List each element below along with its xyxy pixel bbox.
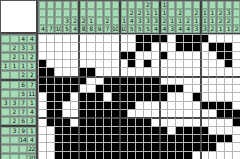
grid-cell-empty[interactable] bbox=[78, 34, 86, 42]
grid-cell-empty[interactable] bbox=[208, 92, 216, 100]
grid-cell-empty[interactable] bbox=[111, 34, 119, 42]
grid-cell-empty[interactable] bbox=[167, 76, 175, 84]
grid-cell-filled[interactable] bbox=[200, 134, 208, 142]
grid-cell-empty[interactable] bbox=[70, 42, 78, 50]
grid-cell-empty[interactable] bbox=[192, 151, 200, 159]
grid-cell-empty[interactable] bbox=[103, 92, 111, 100]
grid-cell-filled[interactable] bbox=[46, 117, 54, 125]
grid-cell-empty[interactable] bbox=[151, 51, 159, 59]
grid-cell-empty[interactable] bbox=[54, 51, 62, 59]
grid-cell-filled[interactable] bbox=[159, 134, 167, 142]
grid-cell-filled[interactable] bbox=[135, 134, 143, 142]
grid-cell-empty[interactable] bbox=[216, 34, 224, 42]
grid-cell-empty[interactable] bbox=[62, 101, 70, 109]
grid-cell-filled[interactable] bbox=[200, 34, 208, 42]
grid-cell-filled[interactable] bbox=[111, 134, 119, 142]
grid-cell-empty[interactable] bbox=[232, 126, 240, 134]
grid-cell-filled[interactable] bbox=[119, 84, 127, 92]
grid-cell-filled[interactable] bbox=[159, 92, 167, 100]
grid-cell-filled[interactable] bbox=[151, 142, 159, 150]
grid-cell-empty[interactable] bbox=[111, 59, 119, 67]
grid-cell-filled[interactable] bbox=[200, 101, 208, 109]
grid-cell-filled[interactable] bbox=[167, 151, 175, 159]
grid-cell-empty[interactable] bbox=[224, 76, 232, 84]
grid-cell-filled[interactable] bbox=[183, 126, 191, 134]
grid-cell-empty[interactable] bbox=[38, 117, 46, 125]
grid-cell-filled[interactable] bbox=[143, 59, 151, 67]
grid-cell-empty[interactable] bbox=[232, 76, 240, 84]
grid-cell-empty[interactable] bbox=[78, 42, 86, 50]
grid-cell-filled[interactable] bbox=[135, 151, 143, 159]
grid-cell-filled[interactable] bbox=[70, 76, 78, 84]
grid-cell-empty[interactable] bbox=[70, 117, 78, 125]
grid-cell-empty[interactable] bbox=[54, 34, 62, 42]
grid-cell-filled[interactable] bbox=[135, 117, 143, 125]
grid-cell-empty[interactable] bbox=[95, 51, 103, 59]
grid-cell-empty[interactable] bbox=[70, 34, 78, 42]
grid-cell-filled[interactable] bbox=[175, 142, 183, 150]
grid-cell-filled[interactable] bbox=[111, 117, 119, 125]
grid-cell-filled[interactable] bbox=[200, 142, 208, 150]
grid-cell-filled[interactable] bbox=[62, 126, 70, 134]
grid-cell-filled[interactable] bbox=[119, 126, 127, 134]
grid-cell-filled[interactable] bbox=[151, 151, 159, 159]
grid-cell-empty[interactable] bbox=[200, 51, 208, 59]
grid-cell-empty[interactable] bbox=[232, 151, 240, 159]
grid-cell-empty[interactable] bbox=[216, 84, 224, 92]
grid-cell-empty[interactable] bbox=[183, 51, 191, 59]
grid-cell-filled[interactable] bbox=[127, 92, 135, 100]
grid-cell-filled[interactable] bbox=[95, 84, 103, 92]
grid-cell-empty[interactable] bbox=[183, 101, 191, 109]
grid-cell-empty[interactable] bbox=[62, 109, 70, 117]
grid-cell-filled[interactable] bbox=[143, 117, 151, 125]
grid-cell-filled[interactable] bbox=[111, 109, 119, 117]
grid-cell-empty[interactable] bbox=[192, 84, 200, 92]
grid-cell-filled[interactable] bbox=[103, 142, 111, 150]
grid-cell-filled[interactable] bbox=[86, 109, 94, 117]
grid-cell-filled[interactable] bbox=[159, 51, 167, 59]
grid-cell-filled[interactable] bbox=[38, 84, 46, 92]
grid-cell-empty[interactable] bbox=[232, 84, 240, 92]
grid-cell-empty[interactable] bbox=[86, 59, 94, 67]
grid-cell-empty[interactable] bbox=[135, 101, 143, 109]
grid-cell-empty[interactable] bbox=[208, 34, 216, 42]
grid-cell-empty[interactable] bbox=[135, 109, 143, 117]
grid-cell-empty[interactable] bbox=[70, 109, 78, 117]
grid-cell-filled[interactable] bbox=[103, 117, 111, 125]
grid-cell-empty[interactable] bbox=[62, 67, 70, 75]
grid-cell-empty[interactable] bbox=[216, 142, 224, 150]
grid-cell-filled[interactable] bbox=[62, 76, 70, 84]
grid-cell-filled[interactable] bbox=[78, 134, 86, 142]
grid-cell-filled[interactable] bbox=[127, 84, 135, 92]
grid-cell-empty[interactable] bbox=[183, 67, 191, 75]
grid-cell-empty[interactable] bbox=[200, 109, 208, 117]
grid-cell-filled[interactable] bbox=[167, 84, 175, 92]
grid-cell-filled[interactable] bbox=[208, 42, 216, 50]
grid-cell-empty[interactable] bbox=[167, 67, 175, 75]
grid-cell-filled[interactable] bbox=[62, 117, 70, 125]
grid-cell-empty[interactable] bbox=[38, 151, 46, 159]
grid-cell-filled[interactable] bbox=[183, 42, 191, 50]
grid-cell-empty[interactable] bbox=[200, 117, 208, 125]
grid-cell-filled[interactable] bbox=[46, 101, 54, 109]
grid-cell-filled[interactable] bbox=[103, 151, 111, 159]
grid-cell-empty[interactable] bbox=[175, 67, 183, 75]
grid-cell-filled[interactable] bbox=[54, 92, 62, 100]
grid-cell-filled[interactable] bbox=[78, 92, 86, 100]
grid-cell-filled[interactable] bbox=[216, 101, 224, 109]
grid-cell-filled[interactable] bbox=[183, 151, 191, 159]
grid-cell-empty[interactable] bbox=[183, 84, 191, 92]
grid-cell-filled[interactable] bbox=[167, 142, 175, 150]
grid-cell-empty[interactable] bbox=[46, 142, 54, 150]
grid-cell-empty[interactable] bbox=[151, 109, 159, 117]
grid-cell-empty[interactable] bbox=[54, 59, 62, 67]
grid-cell-empty[interactable] bbox=[200, 42, 208, 50]
grid-cell-filled[interactable] bbox=[135, 142, 143, 150]
grid-cell-filled[interactable] bbox=[38, 76, 46, 84]
grid-cell-filled[interactable] bbox=[119, 151, 127, 159]
grid-cell-filled[interactable] bbox=[192, 126, 200, 134]
grid-cell-filled[interactable] bbox=[78, 126, 86, 134]
grid-cell-empty[interactable] bbox=[216, 76, 224, 84]
grid-cell-empty[interactable] bbox=[86, 51, 94, 59]
grid-cell-empty[interactable] bbox=[151, 42, 159, 50]
grid-cell-filled[interactable] bbox=[151, 126, 159, 134]
grid-cell-filled[interactable] bbox=[86, 117, 94, 125]
grid-cell-filled[interactable] bbox=[70, 126, 78, 134]
grid-cell-filled[interactable] bbox=[175, 151, 183, 159]
grid-cell-filled[interactable] bbox=[159, 34, 167, 42]
grid-cell-empty[interactable] bbox=[159, 117, 167, 125]
grid-cell-filled[interactable] bbox=[175, 42, 183, 50]
grid-cell-empty[interactable] bbox=[216, 117, 224, 125]
grid-cell-filled[interactable] bbox=[95, 126, 103, 134]
grid-cell-filled[interactable] bbox=[200, 126, 208, 134]
grid-cell-empty[interactable] bbox=[38, 101, 46, 109]
grid-cell-filled[interactable] bbox=[151, 84, 159, 92]
grid-cell-empty[interactable] bbox=[216, 92, 224, 100]
grid-cell-filled[interactable] bbox=[86, 142, 94, 150]
grid-cell-filled[interactable] bbox=[111, 76, 119, 84]
grid-cell-filled[interactable] bbox=[86, 151, 94, 159]
grid-cell-empty[interactable] bbox=[200, 92, 208, 100]
grid-cell-filled[interactable] bbox=[119, 117, 127, 125]
grid-cell-filled[interactable] bbox=[95, 117, 103, 125]
grid-cell-empty[interactable] bbox=[175, 117, 183, 125]
grid-cell-filled[interactable] bbox=[46, 76, 54, 84]
grid-cell-empty[interactable] bbox=[38, 34, 46, 42]
grid-cell-empty[interactable] bbox=[95, 42, 103, 50]
grid-cell-filled[interactable] bbox=[192, 42, 200, 50]
grid-cell-empty[interactable] bbox=[38, 126, 46, 134]
grid-cell-empty[interactable] bbox=[46, 59, 54, 67]
grid-cell-empty[interactable] bbox=[135, 51, 143, 59]
grid-cell-empty[interactable] bbox=[192, 117, 200, 125]
grid-cell-filled[interactable] bbox=[135, 92, 143, 100]
grid-cell-empty[interactable] bbox=[200, 84, 208, 92]
grid-cell-empty[interactable] bbox=[127, 67, 135, 75]
grid-cell-empty[interactable] bbox=[167, 117, 175, 125]
grid-cell-empty[interactable] bbox=[159, 42, 167, 50]
grid-cell-empty[interactable] bbox=[54, 42, 62, 50]
grid-cell-filled[interactable] bbox=[119, 101, 127, 109]
grid-cell-empty[interactable] bbox=[95, 34, 103, 42]
grid-cell-filled[interactable] bbox=[143, 134, 151, 142]
grid-cell-empty[interactable] bbox=[95, 76, 103, 84]
grid-cell-filled[interactable] bbox=[216, 134, 224, 142]
grid-cell-empty[interactable] bbox=[232, 51, 240, 59]
grid-cell-empty[interactable] bbox=[224, 34, 232, 42]
grid-cell-filled[interactable] bbox=[143, 76, 151, 84]
grid-cell-empty[interactable] bbox=[183, 117, 191, 125]
grid-cell-filled[interactable] bbox=[78, 142, 86, 150]
grid-cell-empty[interactable] bbox=[111, 42, 119, 50]
grid-cell-empty[interactable] bbox=[78, 51, 86, 59]
grid-cell-filled[interactable] bbox=[119, 142, 127, 150]
grid-cell-empty[interactable] bbox=[151, 117, 159, 125]
grid-cell-empty[interactable] bbox=[208, 151, 216, 159]
grid-cell-empty[interactable] bbox=[70, 51, 78, 59]
grid-cell-filled[interactable] bbox=[54, 109, 62, 117]
grid-cell-empty[interactable] bbox=[167, 126, 175, 134]
grid-cell-filled[interactable] bbox=[135, 126, 143, 134]
grid-cell-empty[interactable] bbox=[78, 59, 86, 67]
grid-cell-empty[interactable] bbox=[119, 34, 127, 42]
grid-cell-empty[interactable] bbox=[208, 126, 216, 134]
grid-cell-empty[interactable] bbox=[232, 59, 240, 67]
grid-cell-filled[interactable] bbox=[192, 34, 200, 42]
grid-cell-empty[interactable] bbox=[103, 34, 111, 42]
grid-cell-filled[interactable] bbox=[78, 76, 86, 84]
grid-cell-empty[interactable] bbox=[135, 67, 143, 75]
grid-cell-empty[interactable] bbox=[62, 34, 70, 42]
grid-cell-empty[interactable] bbox=[151, 59, 159, 67]
grid-cell-filled[interactable] bbox=[151, 34, 159, 42]
grid-cell-filled[interactable] bbox=[62, 142, 70, 150]
grid-cell-filled[interactable] bbox=[232, 109, 240, 117]
grid-cell-filled[interactable] bbox=[143, 42, 151, 50]
grid-cell-empty[interactable] bbox=[192, 67, 200, 75]
grid-cell-empty[interactable] bbox=[167, 109, 175, 117]
grid-cell-empty[interactable] bbox=[78, 84, 86, 92]
grid-cell-filled[interactable] bbox=[111, 126, 119, 134]
grid-cell-empty[interactable] bbox=[159, 67, 167, 75]
grid-cell-empty[interactable] bbox=[167, 59, 175, 67]
grid-cell-filled[interactable] bbox=[119, 76, 127, 84]
grid-cell-empty[interactable] bbox=[192, 59, 200, 67]
grid-cell-empty[interactable] bbox=[70, 59, 78, 67]
grid-cell-empty[interactable] bbox=[103, 59, 111, 67]
grid-cell-empty[interactable] bbox=[216, 59, 224, 67]
grid-cell-filled[interactable] bbox=[224, 101, 232, 109]
grid-cell-filled[interactable] bbox=[95, 151, 103, 159]
grid-cell-empty[interactable] bbox=[224, 92, 232, 100]
grid-cell-filled[interactable] bbox=[86, 134, 94, 142]
grid-cell-empty[interactable] bbox=[175, 101, 183, 109]
grid-cell-filled[interactable] bbox=[86, 92, 94, 100]
grid-cell-empty[interactable] bbox=[208, 51, 216, 59]
grid-cell-filled[interactable] bbox=[103, 101, 111, 109]
grid-cell-filled[interactable] bbox=[216, 42, 224, 50]
grid-cell-filled[interactable] bbox=[127, 51, 135, 59]
grid-cell-empty[interactable] bbox=[159, 101, 167, 109]
grid-cell-empty[interactable] bbox=[208, 109, 216, 117]
grid-cell-filled[interactable] bbox=[151, 76, 159, 84]
grid-cell-filled[interactable] bbox=[111, 142, 119, 150]
grid-cell-filled[interactable] bbox=[183, 34, 191, 42]
grid-cell-empty[interactable] bbox=[62, 59, 70, 67]
grid-cell-filled[interactable] bbox=[224, 51, 232, 59]
grid-cell-empty[interactable] bbox=[192, 101, 200, 109]
grid-cell-filled[interactable] bbox=[216, 109, 224, 117]
grid-cell-filled[interactable] bbox=[103, 109, 111, 117]
grid-cell-filled[interactable] bbox=[175, 126, 183, 134]
grid-cell-filled[interactable] bbox=[208, 142, 216, 150]
grid-cell-filled[interactable] bbox=[103, 134, 111, 142]
grid-cell-filled[interactable] bbox=[70, 151, 78, 159]
grid-cell-filled[interactable] bbox=[78, 101, 86, 109]
grid-cell-empty[interactable] bbox=[46, 126, 54, 134]
grid-cell-empty[interactable] bbox=[232, 142, 240, 150]
grid-cell-empty[interactable] bbox=[216, 126, 224, 134]
grid-cell-empty[interactable] bbox=[224, 67, 232, 75]
grid-cell-filled[interactable] bbox=[159, 151, 167, 159]
grid-cell-empty[interactable] bbox=[159, 76, 167, 84]
grid-cell-filled[interactable] bbox=[175, 134, 183, 142]
grid-cell-filled[interactable] bbox=[95, 134, 103, 142]
grid-cell-empty[interactable] bbox=[143, 109, 151, 117]
grid-cell-empty[interactable] bbox=[86, 42, 94, 50]
grid-cell-filled[interactable] bbox=[119, 51, 127, 59]
grid-cell-filled[interactable] bbox=[127, 134, 135, 142]
grid-cell-filled[interactable] bbox=[175, 84, 183, 92]
grid-cell-filled[interactable] bbox=[143, 34, 151, 42]
grid-cell-empty[interactable] bbox=[143, 101, 151, 109]
grid-cell-empty[interactable] bbox=[119, 42, 127, 50]
grid-cell-filled[interactable] bbox=[119, 109, 127, 117]
grid-cell-filled[interactable] bbox=[46, 67, 54, 75]
grid-cell-filled[interactable] bbox=[62, 134, 70, 142]
grid-cell-filled[interactable] bbox=[46, 92, 54, 100]
grid-cell-empty[interactable] bbox=[216, 67, 224, 75]
grid-cell-empty[interactable] bbox=[175, 76, 183, 84]
grid-cell-empty[interactable] bbox=[86, 34, 94, 42]
grid-cell-empty[interactable] bbox=[175, 59, 183, 67]
grid-cell-empty[interactable] bbox=[127, 42, 135, 50]
grid-cell-filled[interactable] bbox=[208, 101, 216, 109]
grid-cell-filled[interactable] bbox=[192, 142, 200, 150]
grid-cell-empty[interactable] bbox=[46, 34, 54, 42]
grid-cell-filled[interactable] bbox=[86, 67, 94, 75]
grid-cell-empty[interactable] bbox=[183, 92, 191, 100]
grid-cell-filled[interactable] bbox=[54, 84, 62, 92]
grid-cell-empty[interactable] bbox=[159, 109, 167, 117]
grid-cell-empty[interactable] bbox=[232, 34, 240, 42]
grid-cell-filled[interactable] bbox=[78, 117, 86, 125]
grid-cell-filled[interactable] bbox=[54, 142, 62, 150]
grid-cell-empty[interactable] bbox=[167, 34, 175, 42]
grid-cell-filled[interactable] bbox=[111, 101, 119, 109]
grid-cell-filled[interactable] bbox=[127, 142, 135, 150]
grid-cell-empty[interactable] bbox=[224, 126, 232, 134]
grid-cell-empty[interactable] bbox=[208, 76, 216, 84]
grid-cell-filled[interactable] bbox=[86, 101, 94, 109]
grid-cell-empty[interactable] bbox=[200, 67, 208, 75]
grid-cell-empty[interactable] bbox=[183, 76, 191, 84]
grid-cell-empty[interactable] bbox=[38, 134, 46, 142]
grid-cell-filled[interactable] bbox=[95, 142, 103, 150]
grid-cell-filled[interactable] bbox=[127, 101, 135, 109]
grid-cell-empty[interactable] bbox=[183, 109, 191, 117]
grid-cell-filled[interactable] bbox=[95, 101, 103, 109]
grid-cell-empty[interactable] bbox=[208, 117, 216, 125]
grid-cell-empty[interactable] bbox=[167, 42, 175, 50]
grid-cell-empty[interactable] bbox=[159, 59, 167, 67]
grid-cell-empty[interactable] bbox=[111, 51, 119, 59]
grid-cell-filled[interactable] bbox=[127, 59, 135, 67]
grid-cell-empty[interactable] bbox=[232, 134, 240, 142]
grid-cell-filled[interactable] bbox=[111, 84, 119, 92]
grid-cell-empty[interactable] bbox=[151, 67, 159, 75]
grid-cell-empty[interactable] bbox=[127, 109, 135, 117]
grid-cell-filled[interactable] bbox=[159, 142, 167, 150]
grid-cell-filled[interactable] bbox=[208, 134, 216, 142]
grid-cell-empty[interactable] bbox=[192, 51, 200, 59]
grid-cell-empty[interactable] bbox=[216, 151, 224, 159]
grid-cell-filled[interactable] bbox=[78, 67, 86, 75]
grid-cell-empty[interactable] bbox=[224, 151, 232, 159]
grid-cell-filled[interactable] bbox=[46, 109, 54, 117]
grid-cell-empty[interactable] bbox=[200, 76, 208, 84]
grid-cell-filled[interactable] bbox=[192, 92, 200, 100]
grid-cell-filled[interactable] bbox=[70, 134, 78, 142]
grid-cell-filled[interactable] bbox=[224, 134, 232, 142]
grid-cell-filled[interactable] bbox=[38, 59, 46, 67]
grid-cell-filled[interactable] bbox=[111, 92, 119, 100]
grid-cell-filled[interactable] bbox=[151, 92, 159, 100]
grid-cell-empty[interactable] bbox=[232, 67, 240, 75]
grid-cell-empty[interactable] bbox=[103, 42, 111, 50]
grid-cell-filled[interactable] bbox=[127, 76, 135, 84]
grid-cell-filled[interactable] bbox=[111, 151, 119, 159]
grid-cell-empty[interactable] bbox=[70, 92, 78, 100]
grid-cell-empty[interactable] bbox=[200, 59, 208, 67]
grid-cell-filled[interactable] bbox=[119, 134, 127, 142]
grid-cell-filled[interactable] bbox=[192, 134, 200, 142]
grid-cell-filled[interactable] bbox=[62, 84, 70, 92]
grid-cell-empty[interactable] bbox=[167, 51, 175, 59]
grid-cell-filled[interactable] bbox=[70, 142, 78, 150]
grid-cell-filled[interactable] bbox=[54, 101, 62, 109]
grid-cell-empty[interactable] bbox=[232, 42, 240, 50]
grid-cell-empty[interactable] bbox=[103, 67, 111, 75]
grid-cell-filled[interactable] bbox=[224, 42, 232, 50]
grid-cell-filled[interactable] bbox=[103, 76, 111, 84]
grid-cell-filled[interactable] bbox=[143, 151, 151, 159]
grid-cell-filled[interactable] bbox=[95, 109, 103, 117]
grid-cell-filled[interactable] bbox=[70, 84, 78, 92]
grid-cell-empty[interactable] bbox=[208, 84, 216, 92]
grid-cell-filled[interactable] bbox=[86, 126, 94, 134]
grid-cell-filled[interactable] bbox=[216, 51, 224, 59]
grid-cell-filled[interactable] bbox=[127, 117, 135, 125]
grid-cell-filled[interactable] bbox=[103, 126, 111, 134]
grid-cell-empty[interactable] bbox=[135, 59, 143, 67]
grid-cell-filled[interactable] bbox=[54, 117, 62, 125]
